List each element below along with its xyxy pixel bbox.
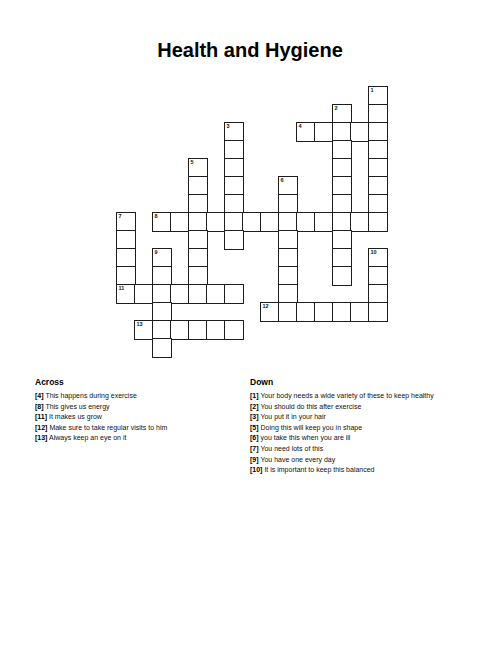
clue-number: [2] [250, 403, 259, 410]
grid-cell[interactable] [116, 248, 136, 268]
grid-cell[interactable] [188, 266, 208, 286]
grid-cell[interactable] [350, 302, 370, 322]
clue-item: [5] Doing this will keep you in shape [250, 423, 490, 434]
grid-cell[interactable] [332, 140, 352, 160]
grid-cell[interactable] [278, 302, 298, 322]
clue-item: [7] You need lots of this [250, 444, 490, 455]
cell-number: 5 [191, 160, 194, 166]
clue-text: This happens during exercise [44, 392, 137, 399]
grid-cell[interactable] [206, 320, 226, 340]
grid-cell[interactable] [260, 212, 280, 232]
clue-item: [8] This gives us energy [35, 402, 240, 413]
cell-number: 8 [155, 214, 158, 220]
clue-item: [3] You put it in your hair [250, 412, 490, 423]
grid-cell[interactable] [116, 266, 136, 286]
across-header: Across [35, 377, 240, 387]
grid-cell[interactable] [170, 320, 190, 340]
grid-cell[interactable]: 6 [278, 176, 298, 196]
clue-item: [11] It makes us grow [35, 412, 240, 423]
grid-cell[interactable] [224, 320, 244, 340]
grid-cell[interactable] [296, 212, 316, 232]
clue-text: This gives us energy [44, 403, 110, 410]
clue-text: You put it in your hair [259, 413, 326, 420]
grid-cell[interactable] [368, 266, 388, 286]
cell-number: 2 [335, 106, 338, 112]
grid-cell[interactable]: 8 [152, 212, 172, 232]
grid-cell[interactable]: 5 [188, 158, 208, 178]
clue-number: [3] [250, 413, 259, 420]
grid-cell[interactable] [368, 284, 388, 304]
clue-item: [6] you take this when you are ill [250, 433, 490, 444]
grid-cell[interactable] [242, 212, 262, 232]
clue-number: [10] [250, 466, 262, 473]
grid-cell[interactable]: 7 [116, 212, 136, 232]
grid-cell[interactable] [188, 320, 208, 340]
grid-cell[interactable] [332, 122, 352, 142]
grid-cell[interactable] [170, 212, 190, 232]
grid-cell[interactable]: 12 [260, 302, 280, 322]
grid-cell[interactable]: 3 [224, 122, 244, 142]
clue-item: [4] This happens during exercise [35, 391, 240, 402]
cell-number: 10 [371, 250, 377, 256]
grid-cell[interactable] [224, 140, 244, 160]
grid-cell[interactable] [332, 194, 352, 214]
grid-cell[interactable] [368, 104, 388, 124]
clue-number: [1] [250, 392, 259, 399]
grid-cell[interactable] [278, 212, 298, 232]
grid-cell[interactable] [278, 194, 298, 214]
down-clues-column: Down [1] Your body needs a wide variety … [250, 377, 490, 476]
grid-cell[interactable] [188, 176, 208, 196]
grid-cell[interactable]: 9 [152, 248, 172, 268]
clue-text: Make sure to take regular visits to him [47, 424, 167, 431]
grid-cell[interactable] [332, 176, 352, 196]
grid-cell[interactable] [152, 338, 172, 358]
clue-number: [13] [35, 434, 47, 441]
grid-cell[interactable] [332, 266, 352, 286]
cell-number: 9 [155, 250, 158, 256]
grid-cell[interactable] [368, 302, 388, 322]
grid-cell[interactable] [278, 284, 298, 304]
grid-cell[interactable] [314, 212, 334, 232]
grid-cell[interactable] [134, 284, 154, 304]
grid-cell[interactable] [188, 212, 208, 232]
clue-item: [10] It is important to keep this balanc… [250, 465, 490, 476]
cell-number: 12 [263, 304, 269, 310]
clue-number: [6] [250, 434, 259, 441]
grid-cell[interactable] [206, 212, 226, 232]
clue-text: you take this when you are ill [259, 434, 351, 441]
cell-number: 6 [281, 178, 284, 184]
clue-text: It is important to keep this balanced [262, 466, 374, 473]
grid-cell[interactable] [224, 230, 244, 250]
clue-number: [8] [35, 403, 44, 410]
cell-number: 7 [119, 214, 122, 220]
grid-cell[interactable] [314, 302, 334, 322]
down-clue-list: [1] Your body needs a wide variety of th… [250, 391, 490, 476]
grid-cell[interactable] [224, 284, 244, 304]
grid-cell[interactable] [224, 212, 244, 232]
grid-cell[interactable]: 11 [116, 284, 136, 304]
grid-cell[interactable] [206, 284, 226, 304]
cell-number: 3 [227, 124, 230, 130]
grid-cell[interactable] [368, 176, 388, 196]
clue-text: Your body needs a wide variety of these … [259, 392, 434, 399]
clue-item: [2] You should do this after exercise [250, 402, 490, 413]
grid-cell[interactable] [188, 284, 208, 304]
clue-number: [11] [35, 413, 47, 420]
clue-item: [13] Always keep an eye on it [35, 433, 240, 444]
clue-number: [9] [250, 456, 259, 463]
cell-number: 4 [299, 124, 302, 130]
clue-number: [4] [35, 392, 44, 399]
clue-text: You have one every day [259, 456, 336, 463]
grid-cell[interactable] [314, 122, 334, 142]
grid-cell[interactable]: 4 [296, 122, 316, 142]
grid-cell[interactable] [332, 158, 352, 178]
grid-cell[interactable] [188, 194, 208, 214]
grid-cell[interactable]: 2 [332, 104, 352, 124]
grid-cell[interactable] [368, 158, 388, 178]
grid-cell[interactable] [278, 230, 298, 250]
clue-text: You should do this after exercise [259, 403, 362, 410]
clue-number: [12] [35, 424, 47, 431]
cell-number: 1 [371, 88, 374, 94]
clue-number: [7] [250, 445, 259, 452]
cell-number: 13 [137, 322, 143, 328]
grid-cell[interactable] [368, 122, 388, 142]
grid-cell[interactable]: 10 [368, 248, 388, 268]
grid-cell[interactable] [224, 158, 244, 178]
grid-cell[interactable] [332, 230, 352, 250]
grid-cell[interactable] [170, 284, 190, 304]
grid-cell[interactable] [224, 176, 244, 196]
grid-cell[interactable] [278, 266, 298, 286]
across-clues-column: Across [4] This happens during exercise[… [35, 377, 240, 444]
clue-text: You need lots of this [259, 445, 324, 452]
clue-text: Always keep an eye on it [47, 434, 126, 441]
clue-item: [9] You have one every day [250, 455, 490, 466]
clue-text: It makes us grow [47, 413, 102, 420]
grid-cell[interactable] [116, 230, 136, 250]
down-header: Down [250, 377, 490, 387]
cell-number: 11 [119, 286, 125, 292]
grid-cell[interactable] [368, 140, 388, 160]
grid-cell[interactable] [332, 212, 352, 232]
grid-cell[interactable] [278, 248, 298, 268]
grid-cell[interactable] [296, 302, 316, 322]
page-title: Health and Hygiene [0, 40, 500, 61]
grid-cell[interactable] [332, 302, 352, 322]
grid-cell[interactable]: 1 [368, 86, 388, 106]
grid-cell[interactable]: 13 [134, 320, 154, 340]
grid-cell[interactable] [368, 194, 388, 214]
clue-text: Doing this will keep you in shape [259, 424, 363, 431]
clue-item: [12] Make sure to take regular visits to… [35, 423, 240, 434]
grid-cell[interactable] [188, 248, 208, 268]
grid-cell[interactable] [224, 194, 244, 214]
grid-cell[interactable] [152, 302, 172, 322]
grid-cell[interactable] [152, 266, 172, 286]
grid-cell[interactable] [332, 248, 352, 268]
grid-cell[interactable] [188, 230, 208, 250]
grid-cell[interactable] [368, 212, 388, 232]
grid-cell[interactable] [152, 320, 172, 340]
across-clue-list: [4] This happens during exercise[8] This… [35, 391, 240, 444]
grid-cell[interactable] [152, 284, 172, 304]
clue-item: [1] Your body needs a wide variety of th… [250, 391, 490, 402]
grid-cell[interactable] [350, 122, 370, 142]
grid-cell[interactable] [350, 212, 370, 232]
clue-number: [5] [250, 424, 259, 431]
